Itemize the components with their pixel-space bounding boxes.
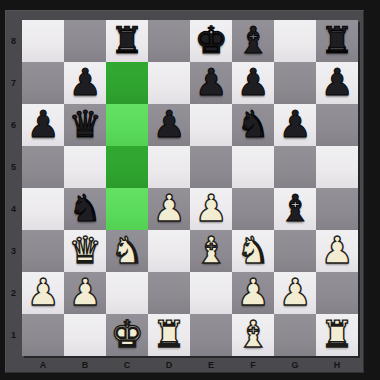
file-labels: ABCDEFGH: [22, 356, 358, 373]
black-pawn-piece[interactable]: ♟: [316, 62, 358, 104]
file-label-g: G: [274, 356, 316, 373]
square-a3[interactable]: [22, 230, 64, 272]
square-b2[interactable]: ♟: [64, 272, 106, 314]
file-label-c: C: [106, 356, 148, 373]
square-c6[interactable]: [106, 104, 148, 146]
black-pawn-piece[interactable]: ♟: [274, 104, 316, 146]
square-b3[interactable]: ♛: [64, 230, 106, 272]
square-f4[interactable]: [232, 188, 274, 230]
black-pawn-piece[interactable]: ♟: [148, 104, 190, 146]
square-h1[interactable]: ♜: [316, 314, 358, 356]
file-label-e: E: [190, 356, 232, 373]
black-king-piece[interactable]: ♚: [190, 20, 232, 62]
black-pawn-piece[interactable]: ♟: [22, 104, 64, 146]
file-label-b: B: [64, 356, 106, 373]
square-d8[interactable]: [148, 20, 190, 62]
square-d1[interactable]: ♜: [148, 314, 190, 356]
square-f5[interactable]: [232, 146, 274, 188]
square-b5[interactable]: [64, 146, 106, 188]
square-h6[interactable]: [316, 104, 358, 146]
file-label-d: D: [148, 356, 190, 373]
square-e2[interactable]: [190, 272, 232, 314]
rank-label-3: 3: [5, 230, 22, 272]
black-pawn-piece[interactable]: ♟: [64, 62, 106, 104]
square-f1[interactable]: ♝: [232, 314, 274, 356]
square-f6[interactable]: ♞: [232, 104, 274, 146]
square-c4[interactable]: [106, 188, 148, 230]
square-b1[interactable]: [64, 314, 106, 356]
black-rook-piece[interactable]: ♜: [106, 20, 148, 62]
square-h4[interactable]: [316, 188, 358, 230]
white-pawn-piece[interactable]: ♟: [274, 272, 316, 314]
square-g2[interactable]: ♟: [274, 272, 316, 314]
file-label-f: F: [232, 356, 274, 373]
square-e4[interactable]: ♟: [190, 188, 232, 230]
square-c2[interactable]: [106, 272, 148, 314]
white-queen-piece[interactable]: ♛: [64, 230, 106, 272]
white-pawn-piece[interactable]: ♟: [64, 272, 106, 314]
square-a6[interactable]: ♟: [22, 104, 64, 146]
white-pawn-piece[interactable]: ♟: [232, 272, 274, 314]
square-f7[interactable]: ♟: [232, 62, 274, 104]
square-h2[interactable]: [316, 272, 358, 314]
square-g5[interactable]: [274, 146, 316, 188]
square-g8[interactable]: [274, 20, 316, 62]
square-f8[interactable]: ♝: [232, 20, 274, 62]
white-pawn-piece[interactable]: ♟: [148, 188, 190, 230]
rank-label-1: 1: [5, 314, 22, 356]
white-pawn-piece[interactable]: ♟: [190, 188, 232, 230]
black-queen-piece[interactable]: ♛: [64, 104, 106, 146]
white-knight-piece[interactable]: ♞: [232, 230, 274, 272]
square-a2[interactable]: ♟: [22, 272, 64, 314]
square-h5[interactable]: [316, 146, 358, 188]
square-c3[interactable]: ♞: [106, 230, 148, 272]
square-g3[interactable]: [274, 230, 316, 272]
square-g1[interactable]: [274, 314, 316, 356]
square-c7[interactable]: [106, 62, 148, 104]
black-bishop-piece[interactable]: ♝: [232, 20, 274, 62]
square-h8[interactable]: ♜: [316, 20, 358, 62]
square-h7[interactable]: ♟: [316, 62, 358, 104]
square-e7[interactable]: ♟: [190, 62, 232, 104]
square-a8[interactable]: [22, 20, 64, 62]
square-a7[interactable]: [22, 62, 64, 104]
square-g4[interactable]: ♝: [274, 188, 316, 230]
square-d5[interactable]: [148, 146, 190, 188]
square-c8[interactable]: ♜: [106, 20, 148, 62]
square-d2[interactable]: [148, 272, 190, 314]
square-g7[interactable]: [274, 62, 316, 104]
black-bishop-piece[interactable]: ♝: [274, 188, 316, 230]
square-f3[interactable]: ♞: [232, 230, 274, 272]
black-pawn-piece[interactable]: ♟: [190, 62, 232, 104]
black-knight-piece[interactable]: ♞: [232, 104, 274, 146]
rank-label-7: 7: [5, 62, 22, 104]
square-d4[interactable]: ♟: [148, 188, 190, 230]
square-b7[interactable]: ♟: [64, 62, 106, 104]
rank-label-2: 2: [5, 272, 22, 314]
square-h3[interactable]: ♟: [316, 230, 358, 272]
square-b8[interactable]: [64, 20, 106, 62]
white-king-piece[interactable]: ♚: [106, 314, 148, 356]
chess-board: ♜♚♝♜♟♟♟♟♟♛♟♞♟♞♟♟♝♛♞♝♞♟♟♟♟♟♚♜♝♜: [22, 20, 358, 356]
square-a4[interactable]: [22, 188, 64, 230]
file-label-a: A: [22, 356, 64, 373]
rank-labels: 87654321: [5, 20, 22, 356]
white-bishop-piece[interactable]: ♝: [190, 230, 232, 272]
black-pawn-piece[interactable]: ♟: [232, 62, 274, 104]
square-e6[interactable]: [190, 104, 232, 146]
rank-label-4: 4: [5, 188, 22, 230]
white-rook-piece[interactable]: ♜: [148, 314, 190, 356]
square-b4[interactable]: ♞: [64, 188, 106, 230]
white-bishop-piece[interactable]: ♝: [232, 314, 274, 356]
square-e8[interactable]: ♚: [190, 20, 232, 62]
rank-label-6: 6: [5, 104, 22, 146]
file-label-h: H: [316, 356, 358, 373]
white-pawn-piece[interactable]: ♟: [316, 230, 358, 272]
black-knight-piece[interactable]: ♞: [64, 188, 106, 230]
square-f2[interactable]: ♟: [232, 272, 274, 314]
square-e3[interactable]: ♝: [190, 230, 232, 272]
square-d6[interactable]: ♟: [148, 104, 190, 146]
square-c5[interactable]: [106, 146, 148, 188]
square-e5[interactable]: [190, 146, 232, 188]
rank-label-8: 8: [5, 20, 22, 62]
white-rook-piece[interactable]: ♜: [316, 314, 358, 356]
chess-board-widget: 87654321 ABCDEFGH ♜♚♝♜♟♟♟♟♟♛♟♞♟♞♟♟♝♛♞♝♞♟…: [0, 0, 380, 380]
square-a5[interactable]: [22, 146, 64, 188]
white-knight-piece[interactable]: ♞: [106, 230, 148, 272]
square-e1[interactable]: [190, 314, 232, 356]
square-a1[interactable]: [22, 314, 64, 356]
rank-label-5: 5: [5, 146, 22, 188]
square-d3[interactable]: [148, 230, 190, 272]
square-d7[interactable]: [148, 62, 190, 104]
square-c1[interactable]: ♚: [106, 314, 148, 356]
black-rook-piece[interactable]: ♜: [316, 20, 358, 62]
square-b6[interactable]: ♛: [64, 104, 106, 146]
white-pawn-piece[interactable]: ♟: [22, 272, 64, 314]
square-g6[interactable]: ♟: [274, 104, 316, 146]
